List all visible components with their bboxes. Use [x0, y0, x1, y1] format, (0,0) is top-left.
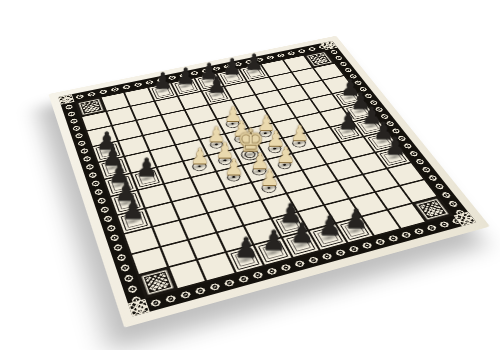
cell-c6[interactable]: [158, 162, 189, 183]
cell-k3[interactable]: [389, 163, 423, 184]
attacker-e1[interactable]: ♟: [258, 227, 290, 254]
attacker-a4[interactable]: ♟: [118, 197, 149, 223]
cell-e3[interactable]: [236, 201, 270, 224]
cell-c4[interactable]: [173, 196, 206, 219]
cell-k2[interactable]: [401, 180, 436, 202]
hnefatafl-board: ♟♟♟♟♟♟♟♟♟♟♟♟♟♟♟♟♟♟♚♟♟♟♟♟♟♟♟♟♟♟♟♟♟♟♟♟♟: [58, 41, 476, 317]
defender-g5[interactable]: ♟: [271, 145, 299, 166]
cell-i3[interactable]: [339, 176, 373, 198]
cell-h3[interactable]: [314, 182, 348, 204]
defender-f4[interactable]: ♟: [255, 168, 284, 190]
cell-b4[interactable]: [146, 203, 179, 227]
border-corner-motif: [454, 212, 477, 227]
attacker-h1[interactable]: ♟: [341, 205, 372, 231]
cell-b2[interactable]: [161, 241, 196, 267]
cell-j2[interactable]: [376, 186, 411, 209]
attacker-k4[interactable]: ♟: [381, 134, 409, 158]
cell-i4[interactable]: [328, 159, 361, 180]
defender-e5[interactable]: ♟: [220, 157, 249, 179]
cell-a3[interactable]: [125, 228, 159, 253]
border-corner-motif: [321, 41, 338, 50]
border-corner-motif: [128, 299, 150, 317]
cell-b3[interactable]: [153, 221, 187, 246]
cell-c2[interactable]: [190, 233, 225, 258]
cell-h4[interactable]: [303, 165, 336, 186]
attacker-g1[interactable]: ♟: [314, 212, 345, 239]
attacker-f1[interactable]: ♟: [286, 219, 317, 246]
cell-j1[interactable]: [389, 204, 425, 228]
cell-j3[interactable]: [364, 169, 398, 191]
cell-c1[interactable]: [198, 254, 234, 281]
cell-c3[interactable]: [181, 214, 215, 238]
cell-c5[interactable]: [165, 179, 197, 201]
attacker-d1[interactable]: ♟: [230, 234, 262, 261]
cell-k1[interactable]: [414, 198, 450, 221]
photo-background: ♟♟♟♟♟♟♟♟♟♟♟♟♟♟♟♟♟♟♚♟♟♟♟♟♟♟♟♟♟♟♟♟♟♟♟♟♟: [0, 0, 500, 350]
game-cloth: ♟♟♟♟♟♟♟♟♟♟♟♟♟♟♟♟♟♟♚♟♟♟♟♟♟♟♟♟♟♟♟♟♟♟♟♟♟: [48, 36, 490, 328]
cell-d4[interactable]: [200, 190, 233, 213]
defender-d6[interactable]: ♟: [185, 146, 213, 167]
cell-a1[interactable]: [140, 269, 175, 297]
cell-a2[interactable]: [132, 248, 166, 274]
cell-b1[interactable]: [169, 261, 205, 288]
border-corner-motif: [58, 94, 75, 105]
cell-d3[interactable]: [209, 208, 243, 232]
